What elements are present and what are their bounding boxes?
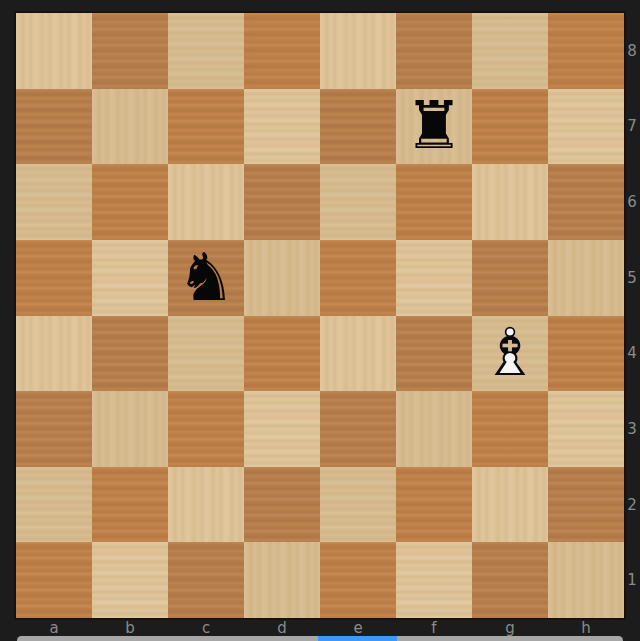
board-square[interactable] [168,316,244,392]
rank-label: 7 [624,89,640,165]
board-square[interactable] [92,240,168,316]
board-square[interactable] [92,89,168,165]
board-square[interactable] [548,13,624,89]
board-square[interactable] [548,542,624,618]
board-square[interactable] [244,89,320,165]
board-square[interactable] [92,467,168,543]
scrollbar-thumb[interactable] [318,636,397,641]
board-square[interactable] [472,542,548,618]
board-square[interactable] [92,391,168,467]
file-label: e [320,618,396,637]
board-square[interactable] [244,240,320,316]
board-square[interactable] [472,240,548,316]
board-square[interactable] [320,542,396,618]
board-square[interactable] [548,391,624,467]
board-square[interactable] [548,240,624,316]
rank-label: 1 [624,542,640,618]
board-square[interactable] [92,542,168,618]
board-square[interactable] [396,13,472,89]
board-square[interactable] [244,542,320,618]
board-square[interactable] [168,391,244,467]
board-square[interactable] [244,13,320,89]
board-square[interactable] [548,467,624,543]
white-bishop-outline: ♗ [480,320,539,386]
board-square[interactable]: ♜ [396,89,472,165]
rank-label: 3 [624,391,640,467]
board-square[interactable] [472,467,548,543]
board-square[interactable] [396,542,472,618]
board-square[interactable] [16,391,92,467]
board-square[interactable] [396,467,472,543]
board-square[interactable] [16,467,92,543]
board-square[interactable] [320,316,396,392]
board-square[interactable] [244,467,320,543]
piece-white-bishop[interactable]: ♝♗ [472,316,548,392]
board-square[interactable] [16,240,92,316]
board-square[interactable] [320,13,396,89]
board-square[interactable] [92,13,168,89]
board-square[interactable] [320,240,396,316]
board-square[interactable] [16,542,92,618]
board-square[interactable] [168,13,244,89]
board-square[interactable] [320,89,396,165]
board-square[interactable] [472,13,548,89]
board-square[interactable] [472,391,548,467]
rank-label: 4 [624,316,640,392]
board-square[interactable] [168,542,244,618]
piece-black-knight[interactable]: ♞ [168,240,244,316]
board-square[interactable] [396,240,472,316]
board-square[interactable] [168,467,244,543]
board-square[interactable] [16,13,92,89]
rank-label: 2 [624,467,640,543]
board-square[interactable] [244,316,320,392]
board-square[interactable] [548,89,624,165]
board-square[interactable] [396,391,472,467]
chess-board: ♜♞♝♗ [16,13,624,618]
rank-label: 5 [624,240,640,316]
board-square[interactable] [472,164,548,240]
board-square[interactable] [168,89,244,165]
board-square[interactable] [548,316,624,392]
board-square[interactable] [92,316,168,392]
rank-label: 6 [624,164,640,240]
file-label: d [244,618,320,637]
file-label: b [92,618,168,637]
board-square[interactable]: ♞ [168,240,244,316]
board-square[interactable]: ♝♗ [472,316,548,392]
board-square[interactable] [168,164,244,240]
file-labels: abcdefgh [16,618,624,637]
board-square[interactable] [92,164,168,240]
board-square[interactable] [396,316,472,392]
piece-black-rook[interactable]: ♜ [396,89,472,165]
page-background: ♜♞♝♗ 87654321 abcdefgh [0,0,640,641]
board-square[interactable] [472,89,548,165]
board-square[interactable] [320,391,396,467]
board-square[interactable] [244,391,320,467]
board-square[interactable] [548,164,624,240]
horizontal-scrollbar[interactable] [17,636,623,641]
board-square[interactable] [244,164,320,240]
rank-labels: 87654321 [624,13,640,618]
board-square[interactable] [396,164,472,240]
board-square[interactable] [320,467,396,543]
board-square[interactable] [16,316,92,392]
file-label: a [16,618,92,637]
board-square[interactable] [16,164,92,240]
rank-label: 8 [624,13,640,89]
file-label: g [472,618,548,637]
file-label: f [396,618,472,637]
file-label: c [168,618,244,637]
file-label: h [548,618,624,637]
board-square[interactable] [16,89,92,165]
board-square[interactable] [320,164,396,240]
